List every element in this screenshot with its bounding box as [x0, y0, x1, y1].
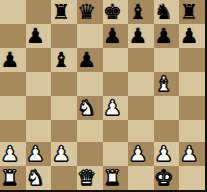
square-b1[interactable]: ♞: [26, 166, 52, 190]
piece-white-pawn[interactable]: ♟: [52, 142, 71, 166]
piece-white-rook[interactable]: ♜: [103, 166, 122, 190]
piece-white-pawn[interactable]: ♟: [26, 142, 45, 166]
square-d2[interactable]: [77, 142, 103, 166]
piece-white-knight[interactable]: ♞: [26, 166, 45, 190]
piece-white-rook[interactable]: ♜: [0, 166, 19, 190]
square-b4[interactable]: [26, 96, 52, 120]
square-g3[interactable]: [154, 120, 180, 142]
square-e5[interactable]: [103, 72, 129, 96]
piece-white-bishop[interactable]: ♝: [154, 72, 173, 96]
square-h8[interactable]: ♜: [179, 0, 205, 24]
square-h1[interactable]: [179, 166, 205, 190]
square-c7[interactable]: [51, 24, 77, 48]
square-h2[interactable]: ♟: [179, 142, 205, 166]
piece-black-pawn[interactable]: ♟: [129, 24, 148, 48]
square-b8[interactable]: [26, 0, 52, 24]
piece-white-queen[interactable]: ♛: [77, 166, 96, 190]
square-g1[interactable]: ♚: [154, 166, 180, 190]
square-a7[interactable]: [0, 24, 26, 48]
piece-white-knight[interactable]: ♞: [77, 96, 96, 120]
square-c8[interactable]: ♜: [51, 0, 77, 24]
square-a4[interactable]: [0, 96, 26, 120]
square-h5[interactable]: [179, 72, 205, 96]
square-a8[interactable]: [0, 0, 26, 24]
chess-board: ♜♛♚♝♞♜♟♟♟♟♟♟♝♟♝♞♟♟♟♟♟♟♟♜♞♛♜♚: [0, 0, 207, 192]
square-d8[interactable]: ♛: [77, 0, 103, 24]
square-g2[interactable]: ♟: [154, 142, 180, 166]
square-d6[interactable]: ♟: [77, 48, 103, 72]
piece-black-bishop[interactable]: ♝: [52, 48, 71, 72]
square-a2[interactable]: ♟: [0, 142, 26, 166]
piece-black-rook[interactable]: ♜: [52, 0, 71, 24]
piece-white-pawn[interactable]: ♟: [103, 96, 122, 120]
square-d5[interactable]: [77, 72, 103, 96]
square-g4[interactable]: [154, 96, 180, 120]
square-d3[interactable]: [77, 120, 103, 142]
piece-black-pawn[interactable]: ♟: [180, 24, 199, 48]
square-f8[interactable]: ♝: [128, 0, 154, 24]
square-a5[interactable]: [0, 72, 26, 96]
piece-white-pawn[interactable]: ♟: [180, 142, 199, 166]
square-c2[interactable]: ♟: [51, 142, 77, 166]
piece-white-pawn[interactable]: ♟: [129, 142, 148, 166]
piece-black-queen[interactable]: ♛: [77, 0, 96, 24]
piece-black-king[interactable]: ♚: [103, 0, 122, 24]
piece-white-pawn[interactable]: ♟: [0, 142, 19, 166]
square-a6[interactable]: ♟: [0, 48, 26, 72]
square-f1[interactable]: [128, 166, 154, 190]
square-c1[interactable]: [51, 166, 77, 190]
square-e4[interactable]: ♟: [103, 96, 129, 120]
square-g7[interactable]: ♟: [154, 24, 180, 48]
piece-black-pawn[interactable]: ♟: [0, 48, 19, 72]
square-e6[interactable]: [103, 48, 129, 72]
square-b7[interactable]: ♟: [26, 24, 52, 48]
square-h7[interactable]: ♟: [179, 24, 205, 48]
square-g8[interactable]: ♞: [154, 0, 180, 24]
square-f3[interactable]: [128, 120, 154, 142]
piece-black-pawn[interactable]: ♟: [26, 24, 45, 48]
square-c3[interactable]: [51, 120, 77, 142]
piece-black-pawn[interactable]: ♟: [154, 24, 173, 48]
square-b3[interactable]: [26, 120, 52, 142]
piece-black-knight[interactable]: ♞: [154, 0, 173, 24]
square-d7[interactable]: [77, 24, 103, 48]
square-h4[interactable]: [179, 96, 205, 120]
square-e3[interactable]: [103, 120, 129, 142]
square-f7[interactable]: ♟: [128, 24, 154, 48]
square-g5[interactable]: ♝: [154, 72, 180, 96]
square-e1[interactable]: ♜: [103, 166, 129, 190]
square-e7[interactable]: ♟: [103, 24, 129, 48]
piece-black-pawn[interactable]: ♟: [77, 48, 96, 72]
square-e8[interactable]: ♚: [103, 0, 129, 24]
square-c6[interactable]: ♝: [51, 48, 77, 72]
piece-black-pawn[interactable]: ♟: [103, 24, 122, 48]
piece-black-bishop[interactable]: ♝: [129, 0, 148, 24]
square-a3[interactable]: [0, 120, 26, 142]
square-d1[interactable]: ♛: [77, 166, 103, 190]
square-c4[interactable]: [51, 96, 77, 120]
square-b2[interactable]: ♟: [26, 142, 52, 166]
square-f2[interactable]: ♟: [128, 142, 154, 166]
square-h6[interactable]: [179, 48, 205, 72]
square-b5[interactable]: [26, 72, 52, 96]
square-f4[interactable]: [128, 96, 154, 120]
square-g6[interactable]: [154, 48, 180, 72]
square-h3[interactable]: [179, 120, 205, 142]
piece-white-king[interactable]: ♚: [154, 166, 173, 190]
square-f6[interactable]: [128, 48, 154, 72]
square-e2[interactable]: [103, 142, 129, 166]
square-b6[interactable]: [26, 48, 52, 72]
square-d4[interactable]: ♞: [77, 96, 103, 120]
square-a1[interactable]: ♜: [0, 166, 26, 190]
piece-white-pawn[interactable]: ♟: [154, 142, 173, 166]
square-f5[interactable]: [128, 72, 154, 96]
square-c5[interactable]: [51, 72, 77, 96]
piece-black-rook[interactable]: ♜: [180, 0, 199, 24]
